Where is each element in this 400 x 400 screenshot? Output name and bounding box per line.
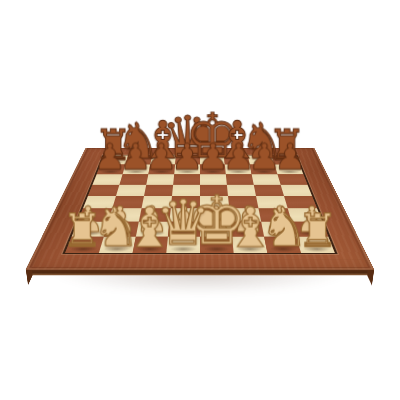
photo-scene: ♜♞♝♛♚♝♞♜♟♟♟♟♟♟♟♟♟♟♟♟♟♟♟♟♜♞♝♛♚♝♞♜	[0, 0, 400, 400]
square-h7: ♟	[275, 164, 304, 174]
white-knight-g1: ♞	[260, 203, 308, 253]
chess-board: ♜♞♝♛♚♝♞♜♟♟♟♟♟♟♟♟♟♟♟♟♟♟♟♟♜♞♝♛♚♝♞♜	[26, 148, 375, 270]
board-frame: ♜♞♝♛♚♝♞♜♟♟♟♟♟♟♟♟♟♟♟♟♟♟♟♟♜♞♝♛♚♝♞♜	[26, 148, 375, 270]
square-h6	[277, 174, 307, 184]
square-b6	[119, 174, 148, 184]
square-a5	[88, 185, 119, 196]
photo-canvas: ♜♞♝♛♚♝♞♜♟♟♟♟♟♟♟♟♟♟♟♟♟♟♟♟♜♞♝♛♚♝♞♜	[0, 0, 400, 400]
square-a6	[93, 174, 123, 184]
square-b1: ♞	[99, 237, 136, 253]
square-c6	[146, 174, 174, 184]
board-squares-grid: ♜♞♝♛♚♝♞♜♟♟♟♟♟♟♟♟♟♟♟♟♟♟♟♟♜♞♝♛♚♝♞♜	[62, 155, 337, 254]
white-knight-b1: ♞	[92, 203, 140, 253]
square-h5	[281, 185, 312, 196]
square-g6	[252, 174, 281, 184]
square-g1: ♞	[264, 237, 301, 253]
black-pawn-h7: ♟	[274, 141, 306, 174]
